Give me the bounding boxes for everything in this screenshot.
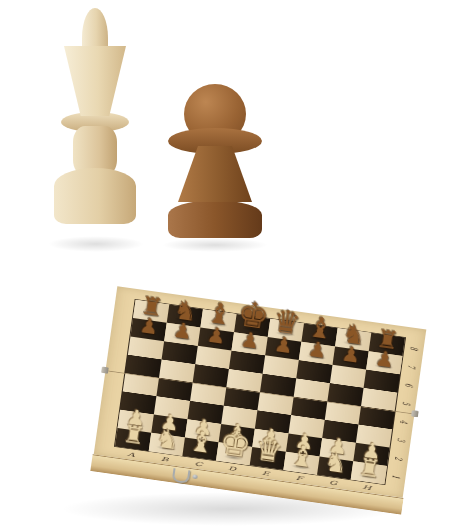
board-scene: ♜♞♝♚♛♝♞♜♟♟♟♟♟♟♟♟♟♟♟♟♟♟♟♟♜♞♝♚♛♝♞♜ ABCDEFG… (104, 236, 416, 530)
square-c7[interactable]: ♟ (198, 328, 234, 351)
piece-white-queen[interactable]: ♛ (250, 433, 288, 468)
file-label-a: A (127, 451, 135, 458)
display-piece-king (50, 8, 140, 246)
square-d5[interactable] (226, 369, 262, 392)
piece-black-pawn[interactable]: ♟ (299, 338, 336, 364)
king-body (64, 46, 126, 116)
rank-label-3: 3 (395, 437, 406, 442)
file-label-c: C (194, 460, 202, 467)
rank-label-1: 1 (390, 474, 401, 479)
rank-label-8: 8 (408, 346, 419, 351)
piece-black-pawn[interactable]: ♟ (198, 323, 235, 349)
square-e5[interactable] (260, 374, 296, 397)
file-label-f: F (296, 474, 304, 481)
square-f1[interactable]: ♝ (283, 452, 319, 475)
square-a1[interactable]: ♜ (115, 428, 151, 451)
board-grid: ♜♞♝♚♛♝♞♜♟♟♟♟♟♟♟♟♟♟♟♟♟♟♟♟♜♞♝♚♛♝♞♜ (115, 300, 405, 485)
clasp-screw-icon (192, 474, 198, 479)
pawn-base (168, 200, 262, 238)
rank-label-5: 5 (400, 401, 411, 406)
file-label-h: H (362, 484, 371, 491)
square-d1[interactable]: ♚ (216, 442, 252, 465)
square-b5[interactable] (159, 359, 195, 382)
chess-board: ♜♞♝♚♛♝♞♜♟♟♟♟♟♟♟♟♟♟♟♟♟♟♟♟♜♞♝♚♛♝♞♜ ABCDEFG… (94, 286, 427, 498)
piece-black-pawn[interactable]: ♟ (232, 328, 269, 354)
square-a5[interactable] (125, 355, 161, 378)
piece-black-pawn[interactable]: ♟ (333, 342, 370, 368)
piece-black-pawn[interactable]: ♟ (265, 333, 302, 359)
pawn-body (178, 146, 252, 202)
piece-black-pawn[interactable]: ♟ (131, 314, 168, 340)
rank-label-4: 4 (398, 419, 409, 424)
display-piece-pawn (163, 84, 267, 248)
piece-black-pawn[interactable]: ♟ (164, 319, 201, 345)
file-label-g: G (329, 479, 338, 486)
piece-white-bishop[interactable]: ♝ (183, 427, 221, 459)
piece-white-knight[interactable]: ♞ (317, 447, 354, 477)
file-label-b: B (161, 455, 169, 462)
rank-label-6: 6 (403, 382, 414, 387)
rank-label-2: 2 (392, 456, 403, 461)
king-base (54, 168, 136, 224)
square-e1[interactable]: ♛ (250, 447, 286, 470)
rank-label-7: 7 (405, 364, 416, 369)
piece-white-rook[interactable]: ♜ (351, 454, 388, 482)
clasp-hook-icon (171, 468, 190, 484)
file-label-d: D (228, 465, 237, 472)
piece-white-king[interactable]: ♚ (216, 424, 255, 463)
piece-white-knight[interactable]: ♞ (149, 424, 186, 454)
piece-white-bishop[interactable]: ♝ (284, 441, 322, 473)
piece-black-pawn[interactable]: ♟ (366, 347, 403, 373)
file-label-e: E (262, 470, 270, 477)
piece-white-rook[interactable]: ♜ (115, 421, 152, 449)
